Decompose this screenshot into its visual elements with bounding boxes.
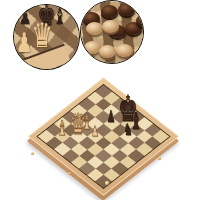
chess-piece-wB: ♝ xyxy=(56,118,67,138)
pieces-layer: ♝♛♝♟♟♚♝♞ xyxy=(0,0,200,200)
chess-piece-bN: ♞ xyxy=(123,122,132,138)
chess-piece-wQ: ♛ xyxy=(70,110,86,139)
chess-piece-bP: ♟ xyxy=(107,109,116,125)
product-photo: ♟♚♝♛♟ ♝♛♝♟♟♚♝♞ xyxy=(0,0,200,200)
chess-piece-wP: ♟ xyxy=(91,124,99,138)
chess-board-scene: ♝♛♝♟♟♚♝♞ xyxy=(0,0,200,200)
